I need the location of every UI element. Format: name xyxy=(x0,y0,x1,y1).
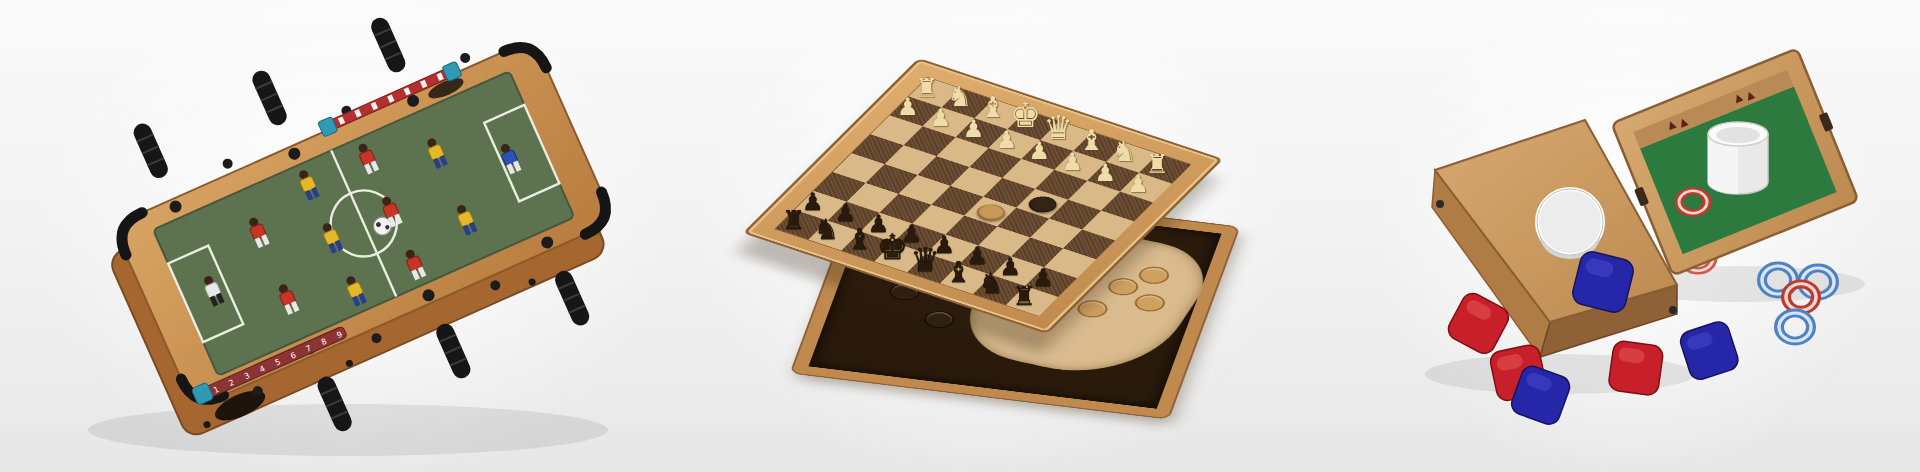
board-square[interactable] xyxy=(964,197,1016,227)
chess-piece-p[interactable]: ♟ xyxy=(930,106,952,130)
chess-piece-p[interactable]: ♟ xyxy=(1094,161,1116,185)
chess-piece-p[interactable]: ♟ xyxy=(963,117,985,141)
foot xyxy=(1436,200,1444,208)
chess-piece-p[interactable]: ♟ xyxy=(1029,139,1051,163)
product-chess-set[interactable]: ♜♞♝♚♛♝♞♜♟♟♟♟♟♟♟♟♟♟♟♟♟♟♟♟♜♞♝♚♛♝♞♜ xyxy=(705,12,1275,472)
chess-piece-q[interactable]: ♛ xyxy=(911,243,941,276)
washer-blue xyxy=(1779,313,1811,341)
chess-piece-r[interactable]: ♜ xyxy=(782,207,805,233)
games-banner: 1 2 3 4 5 6 7 8 9 ♜♞♝♚♛♝♞♜♟♟♟♟♟♟♟♟♟♟♟♟♟♟… xyxy=(0,0,1920,472)
chess-piece-p[interactable]: ♟ xyxy=(996,128,1018,152)
product-beanbag-toss[interactable] xyxy=(1390,22,1880,467)
stray-checker-light xyxy=(972,201,1010,223)
chess-piece-p[interactable]: ♟ xyxy=(897,95,919,119)
chess-piece-k[interactable]: ♚ xyxy=(877,230,908,265)
chess-piece-r[interactable]: ♜ xyxy=(1145,151,1168,177)
chess-piece-p[interactable]: ♟ xyxy=(1061,150,1083,174)
chess-piece-r[interactable]: ♜ xyxy=(1012,283,1035,309)
chess-piece-p[interactable]: ♟ xyxy=(1127,172,1149,196)
chess-piece-n[interactable]: ♞ xyxy=(979,270,1004,298)
foot xyxy=(1669,306,1677,314)
target-cup xyxy=(1708,122,1768,194)
product-foosball-table[interactable]: 1 2 3 4 5 6 7 8 9 xyxy=(38,0,668,472)
foosball-illustration: 1 2 3 4 5 6 7 8 9 xyxy=(38,0,668,472)
chess-piece-b[interactable]: ♝ xyxy=(847,225,873,254)
chess-piece-n[interactable]: ♞ xyxy=(814,216,839,244)
table-shadow xyxy=(88,404,608,456)
chess-piece-b[interactable]: ♝ xyxy=(945,258,971,287)
chess-scene: ♜♞♝♚♛♝♞♜♟♟♟♟♟♟♟♟♟♟♟♟♟♟♟♟♜♞♝♚♛♝♞♜ xyxy=(705,12,1275,472)
beanbag-illustration xyxy=(1390,22,1880,467)
bean-bag-red xyxy=(1608,340,1664,396)
ramp-hole xyxy=(1537,189,1603,259)
board-square[interactable] xyxy=(871,115,923,145)
chess-piece-r[interactable]: ♜ xyxy=(915,75,938,101)
